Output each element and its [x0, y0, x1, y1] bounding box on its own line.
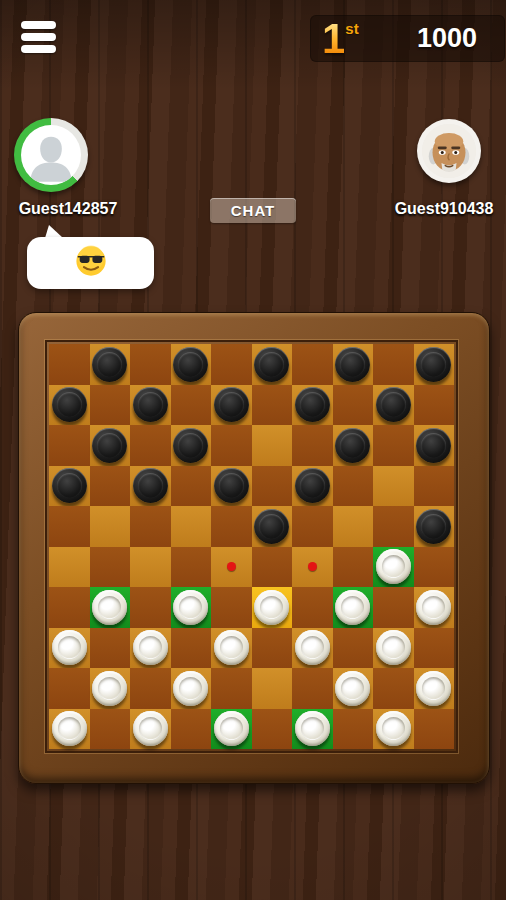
- white-man[interactable]: ⛀: [254, 590, 289, 625]
- white-man[interactable]: ⛀: [214, 711, 249, 746]
- board-cell-r8c3[interactable]: ⛀: [130, 628, 171, 669]
- board-cell-r9c10[interactable]: ⛀: [414, 668, 455, 709]
- board-cell-r8c8: [333, 628, 374, 669]
- board-cell-r1c3: [130, 344, 171, 385]
- white-man[interactable]: ⛀: [416, 671, 451, 706]
- black-man[interactable]: ⛂: [173, 347, 208, 382]
- piece-inner-ring: [300, 392, 325, 417]
- board-cell-r8c6: [252, 628, 293, 669]
- board-cell-r4c6: [252, 466, 293, 507]
- black-man[interactable]: ⛂: [416, 509, 451, 544]
- white-man[interactable]: ⛀: [335, 671, 370, 706]
- board-cell-r3c8[interactable]: ⛂: [333, 425, 374, 466]
- board-cell-r1c2[interactable]: ⛂: [90, 344, 131, 385]
- board-cell-r9c7: [292, 668, 333, 709]
- black-man[interactable]: ⛂: [295, 468, 330, 503]
- piece-inner-ring: [341, 677, 364, 700]
- piece-inner-ring: [259, 514, 284, 539]
- board-cell-r10c5[interactable]: ⛀: [211, 709, 252, 750]
- white-man[interactable]: ⛀: [52, 711, 87, 746]
- rank-value: 1: [322, 18, 344, 60]
- piece-inner-ring: [300, 473, 325, 498]
- board-cell-r5c3: [130, 506, 171, 547]
- white-man[interactable]: ⛀: [214, 630, 249, 665]
- board-cell-r7c1: [49, 587, 90, 628]
- board-cell-r7c3: [130, 587, 171, 628]
- white-man[interactable]: ⛀: [376, 630, 411, 665]
- piece-inner-ring: [260, 596, 283, 619]
- board-cell-r5c4[interactable]: [171, 506, 212, 547]
- piece-inner-ring: [220, 636, 243, 659]
- board-cell-r10c8: [333, 709, 374, 750]
- piece-inner-ring: [421, 352, 446, 377]
- piece-inner-ring: [57, 473, 82, 498]
- board-cell-r4c8: [333, 466, 374, 507]
- board-cell-r4c10: [414, 466, 455, 507]
- board-grid: ⛂⛂⛂⛂⛂⛂⛂⛂⛂⛂⛂⛂⛂⛂⛂⛂⛂⛂⛂⛂⛀⛀⛀⛀⛀⛀⛀⛀⛀⛀⛀⛀⛀⛀⛀⛀⛀⛀⛀⛀: [49, 344, 454, 749]
- piece-inner-ring: [138, 473, 163, 498]
- board-cell-r9c4[interactable]: ⛀: [171, 668, 212, 709]
- hamburger-icon: [21, 21, 56, 29]
- sunglasses-smiley-icon: [74, 244, 108, 282]
- board-cell-r6c2: [90, 547, 131, 588]
- black-man[interactable]: ⛂: [295, 387, 330, 422]
- board-cell-r2c8: [333, 385, 374, 426]
- board-cell-r5c10[interactable]: ⛂: [414, 506, 455, 547]
- piece-inner-ring: [219, 392, 244, 417]
- board-cell-r5c8[interactable]: [333, 506, 374, 547]
- board-cell-r3c7: [292, 425, 333, 466]
- black-man[interactable]: ⛂: [254, 509, 289, 544]
- board-cell-r5c2[interactable]: [90, 506, 131, 547]
- board-cell-r6c9[interactable]: ⛀: [373, 547, 414, 588]
- board-cell-r6c6: [252, 547, 293, 588]
- board-cell-r3c2[interactable]: ⛂: [90, 425, 131, 466]
- person-silhouette-icon: [21, 125, 81, 185]
- board-playing-area: ⛂⛂⛂⛂⛂⛂⛂⛂⛂⛂⛂⛂⛂⛂⛂⛂⛂⛂⛂⛂⛀⛀⛀⛀⛀⛀⛀⛀⛀⛀⛀⛀⛀⛀⛀⛀⛀⛀⛀⛀: [45, 340, 458, 753]
- board-cell-r8c4: [171, 628, 212, 669]
- board-cell-r5c1: [49, 506, 90, 547]
- piece-inner-ring: [220, 717, 243, 740]
- menu-button[interactable]: [21, 21, 57, 55]
- board-cell-r3c1: [49, 425, 90, 466]
- board-cell-r7c6[interactable]: ⛀: [252, 587, 293, 628]
- black-man[interactable]: ⛂: [214, 468, 249, 503]
- black-man[interactable]: ⛂: [133, 387, 168, 422]
- board-cell-r5c6[interactable]: ⛂: [252, 506, 293, 547]
- board-cell-r1c7: [292, 344, 333, 385]
- board-cell-r7c10[interactable]: ⛀: [414, 587, 455, 628]
- board-cell-r9c1: [49, 668, 90, 709]
- piece-inner-ring: [382, 717, 405, 740]
- white-man[interactable]: ⛀: [173, 671, 208, 706]
- board-cell-r2c7[interactable]: ⛂: [292, 385, 333, 426]
- board-cell-r7c2[interactable]: ⛀: [90, 587, 131, 628]
- board-cell-r9c6[interactable]: [252, 668, 293, 709]
- black-man[interactable]: ⛂: [214, 387, 249, 422]
- board-cell-r6c7[interactable]: [292, 547, 333, 588]
- white-man[interactable]: ⛀: [52, 630, 87, 665]
- score-panel: 1 st 1000: [310, 15, 505, 62]
- rank-suffix: st: [345, 20, 358, 37]
- black-man[interactable]: ⛂: [335, 347, 370, 382]
- piece-inner-ring: [58, 717, 81, 740]
- white-man[interactable]: ⛀: [92, 590, 127, 625]
- white-man[interactable]: ⛀: [133, 711, 168, 746]
- black-man[interactable]: ⛂: [92, 347, 127, 382]
- white-man[interactable]: ⛀: [173, 590, 208, 625]
- piece-inner-ring: [382, 636, 405, 659]
- board-cell-r2c9[interactable]: ⛂: [373, 385, 414, 426]
- piece-inner-ring: [97, 352, 122, 377]
- piece-inner-ring: [139, 636, 162, 659]
- hamburger-icon: [21, 33, 56, 41]
- board-cell-r10c3[interactable]: ⛀: [130, 709, 171, 750]
- piece-inner-ring: [341, 596, 364, 619]
- white-man[interactable]: ⛀: [295, 630, 330, 665]
- white-man[interactable]: ⛀: [376, 549, 411, 584]
- board-cell-r10c7[interactable]: ⛀: [292, 709, 333, 750]
- white-man[interactable]: ⛀: [335, 590, 370, 625]
- piece-inner-ring: [421, 514, 446, 539]
- board-cell-r8c2: [90, 628, 131, 669]
- black-man[interactable]: ⛂: [335, 428, 370, 463]
- black-man[interactable]: ⛂: [416, 347, 451, 382]
- piece-inner-ring: [139, 717, 162, 740]
- board-cell-r9c8[interactable]: ⛀: [333, 668, 374, 709]
- white-man[interactable]: ⛀: [133, 630, 168, 665]
- board-cell-r3c9: [373, 425, 414, 466]
- board-cell-r8c7[interactable]: ⛀: [292, 628, 333, 669]
- board-cell-r1c5: [211, 344, 252, 385]
- checkers-board: ⛂⛂⛂⛂⛂⛂⛂⛂⛂⛂⛂⛂⛂⛂⛂⛂⛂⛂⛂⛂⛀⛀⛀⛀⛀⛀⛀⛀⛀⛀⛀⛀⛀⛀⛀⛀⛀⛀⛀⛀: [18, 312, 490, 784]
- board-cell-r5c5: [211, 506, 252, 547]
- board-cell-r10c1[interactable]: ⛀: [49, 709, 90, 750]
- piece-inner-ring: [421, 433, 446, 458]
- board-cell-r2c3[interactable]: ⛂: [130, 385, 171, 426]
- white-man[interactable]: ⛀: [416, 590, 451, 625]
- black-man[interactable]: ⛂: [416, 428, 451, 463]
- board-cell-r3c10[interactable]: ⛂: [414, 425, 455, 466]
- black-man[interactable]: ⛂: [133, 468, 168, 503]
- board-cell-r9c2[interactable]: ⛀: [90, 668, 131, 709]
- board-cell-r8c5[interactable]: ⛀: [211, 628, 252, 669]
- black-man[interactable]: ⛂: [376, 387, 411, 422]
- piece-inner-ring: [178, 433, 203, 458]
- black-man[interactable]: ⛂: [92, 428, 127, 463]
- black-man[interactable]: ⛂: [254, 347, 289, 382]
- piece-inner-ring: [340, 433, 365, 458]
- board-cell-r2c10: [414, 385, 455, 426]
- piece-inner-ring: [178, 352, 203, 377]
- board-cell-r2c5[interactable]: ⛂: [211, 385, 252, 426]
- board-cell-r1c9: [373, 344, 414, 385]
- board-cell-r7c8[interactable]: ⛀: [333, 587, 374, 628]
- board-cell-r3c5: [211, 425, 252, 466]
- board-cell-r6c8: [333, 547, 374, 588]
- board-cell-r3c4[interactable]: ⛂: [171, 425, 212, 466]
- old-man-face-icon: [422, 124, 476, 178]
- board-cell-r6c4: [171, 547, 212, 588]
- board-cell-r10c10: [414, 709, 455, 750]
- piece-inner-ring: [301, 636, 324, 659]
- player-right-name: Guest910438: [382, 200, 506, 218]
- hamburger-icon: [21, 45, 56, 53]
- chat-button-label: CHAT: [231, 202, 276, 219]
- board-cell-r4c9[interactable]: [373, 466, 414, 507]
- piece-inner-ring: [138, 392, 163, 417]
- piece-inner-ring: [219, 473, 244, 498]
- board-cell-r3c6[interactable]: [252, 425, 293, 466]
- board-cell-r1c4[interactable]: ⛂: [171, 344, 212, 385]
- board-cell-r4c1[interactable]: ⛂: [49, 466, 90, 507]
- board-cell-r8c9[interactable]: ⛀: [373, 628, 414, 669]
- board-cell-r1c10[interactable]: ⛂: [414, 344, 455, 385]
- board-cell-r6c10: [414, 547, 455, 588]
- piece-inner-ring: [422, 677, 445, 700]
- board-cell-r1c1: [49, 344, 90, 385]
- game-screen: 1 st 1000 Guest142857: [0, 0, 506, 900]
- board-cell-r10c2: [90, 709, 131, 750]
- white-man[interactable]: ⛀: [295, 711, 330, 746]
- board-cell-r4c2: [90, 466, 131, 507]
- board-cell-r2c4: [171, 385, 212, 426]
- board-cell-r6c3[interactable]: [130, 547, 171, 588]
- black-man[interactable]: ⛂: [52, 468, 87, 503]
- board-cell-r10c9[interactable]: ⛀: [373, 709, 414, 750]
- chat-button[interactable]: CHAT: [210, 198, 296, 223]
- board-cell-r5c7: [292, 506, 333, 547]
- white-man[interactable]: ⛀: [92, 671, 127, 706]
- board-cell-r4c5[interactable]: ⛂: [211, 466, 252, 507]
- board-cell-r2c2: [90, 385, 131, 426]
- board-cell-r9c3: [130, 668, 171, 709]
- move-target-dot[interactable]: [308, 562, 317, 571]
- piece-inner-ring: [179, 596, 202, 619]
- piece-inner-ring: [98, 596, 121, 619]
- board-cell-r9c5: [211, 668, 252, 709]
- board-cell-r7c5: [211, 587, 252, 628]
- piece-inner-ring: [57, 392, 82, 417]
- piece-inner-ring: [382, 555, 405, 578]
- board-cell-r2c6: [252, 385, 293, 426]
- board-cell-r10c4: [171, 709, 212, 750]
- board-cell-r1c8[interactable]: ⛂: [333, 344, 374, 385]
- piece-inner-ring: [58, 636, 81, 659]
- piece-inner-ring: [422, 596, 445, 619]
- board-cell-r5c9: [373, 506, 414, 547]
- board-cell-r2c1[interactable]: ⛂: [49, 385, 90, 426]
- board-cell-r3c3: [130, 425, 171, 466]
- board-cell-r6c5[interactable]: [211, 547, 252, 588]
- piece-inner-ring: [98, 677, 121, 700]
- score-value: 1000: [417, 23, 477, 54]
- black-man[interactable]: ⛂: [52, 387, 87, 422]
- piece-inner-ring: [179, 677, 202, 700]
- board-cell-r1c6[interactable]: ⛂: [252, 344, 293, 385]
- piece-inner-ring: [340, 352, 365, 377]
- player-left-name: Guest142857: [2, 200, 134, 218]
- board-cell-r4c7[interactable]: ⛂: [292, 466, 333, 507]
- board-cell-r7c4[interactable]: ⛀: [171, 587, 212, 628]
- piece-inner-ring: [259, 352, 284, 377]
- move-target-dot[interactable]: [227, 562, 236, 571]
- board-cell-r8c1[interactable]: ⛀: [49, 628, 90, 669]
- white-man[interactable]: ⛀: [376, 711, 411, 746]
- board-cell-r7c7: [292, 587, 333, 628]
- player-left-avatar[interactable]: [14, 118, 88, 192]
- player-right-avatar[interactable]: [417, 119, 481, 183]
- piece-inner-ring: [301, 717, 324, 740]
- piece-inner-ring: [381, 392, 406, 417]
- board-cell-r8c10: [414, 628, 455, 669]
- board-cell-r10c6: [252, 709, 293, 750]
- piece-inner-ring: [97, 433, 122, 458]
- board-cell-r7c9: [373, 587, 414, 628]
- chat-speech-bubble: [27, 237, 154, 289]
- black-man[interactable]: ⛂: [173, 428, 208, 463]
- board-cell-r6c1[interactable]: [49, 547, 90, 588]
- board-cell-r4c3[interactable]: ⛂: [130, 466, 171, 507]
- board-cell-r9c9: [373, 668, 414, 709]
- board-cell-r4c4: [171, 466, 212, 507]
